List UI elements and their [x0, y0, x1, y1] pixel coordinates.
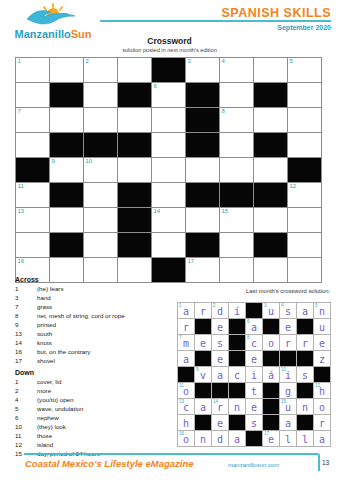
cell-r1c9: 5n [314, 303, 331, 319]
solution-letter: n [234, 402, 240, 413]
clue-text: (they) look [37, 423, 66, 430]
crossword-grid: 1234567891011121314151617 [15, 57, 322, 283]
across-heading: Across [15, 276, 39, 283]
black-cell-r8c4 [229, 415, 246, 431]
cell-number-label: 10 [281, 367, 286, 372]
clue-text: those [37, 432, 52, 439]
last-month-solution-grid: 1ar2dí3u4sa5nre6aeu7mes8correaeez9vaciá1… [177, 302, 331, 447]
cell-r2c9: u [314, 319, 331, 335]
solution-letter: e [217, 418, 223, 429]
cell-r8c5: s [246, 415, 263, 431]
solution-letter: s [285, 306, 291, 317]
cell-r5c8[interactable] [254, 158, 288, 183]
cell-number-label: 11 [18, 183, 24, 190]
page-number: 13 [322, 459, 329, 466]
cell-r3c9[interactable] [288, 108, 322, 133]
solution-letter: v [200, 370, 206, 381]
black-cell-r9c5 [152, 258, 186, 283]
cell-r6c1[interactable]: 11 [16, 183, 50, 208]
clue-text: cover, lid [37, 378, 61, 385]
solution-letter: r [319, 418, 325, 429]
cell-r2c3[interactable] [84, 83, 118, 108]
clue-number: 14 [15, 339, 37, 346]
cell-r7c8[interactable] [254, 208, 288, 233]
solution-letter: m [183, 338, 189, 349]
cell-number-label: 1 [179, 303, 182, 308]
cell-r7c5: e [246, 399, 263, 415]
footer-website-link[interactable]: manzanillosun.com [228, 462, 279, 468]
cell-r7c2: a [195, 399, 212, 415]
cell-r3c6: o [263, 335, 280, 351]
cell-number-label: 9 [52, 158, 55, 165]
cell-r8c3: e [212, 415, 229, 431]
cell-number-label: 11 [179, 383, 184, 388]
solution-letter: r [183, 322, 189, 333]
cell-r9c6: 17e [263, 431, 280, 447]
black-cell-r4c8 [254, 133, 288, 158]
cell-r4c1: a [178, 351, 195, 367]
clue-number: 2 [15, 387, 37, 394]
solution-letter: s [251, 418, 257, 429]
solution-letter: n [200, 434, 206, 445]
solution-letter: u [319, 322, 325, 333]
black-cell-r6c2 [50, 183, 84, 208]
cell-r7c7[interactable]: 15 [220, 208, 254, 233]
clue-number: 11 [15, 432, 37, 439]
black-cell-r8c8 [297, 415, 314, 431]
solution-letter: r [302, 338, 308, 349]
cell-r6c7: g [280, 383, 297, 399]
cell-r8c7: a [280, 415, 297, 431]
solution-letter: e [217, 354, 223, 365]
black-cell-r2c8 [254, 83, 288, 108]
cell-r7c8: n [297, 399, 314, 415]
cell-r7c3: 14r [212, 399, 229, 415]
solution-letter: c [251, 338, 257, 349]
cell-r9c6[interactable]: 17 [186, 258, 220, 283]
black-cell-r2c4 [118, 83, 152, 108]
solution-letter: l [285, 434, 291, 445]
cell-r5c7: 10i [280, 367, 297, 383]
cell-r5c4[interactable] [118, 158, 152, 183]
cell-r9c4: a [229, 431, 246, 447]
clue-item: 12island [15, 441, 185, 450]
black-cell-r4c3 [84, 133, 118, 158]
solution-letter: g [285, 386, 291, 397]
cell-r8c1: h [178, 415, 195, 431]
solution-letter: n [319, 306, 325, 317]
sun-wave-icon [23, 3, 83, 25]
cell-number-label: 5 [290, 58, 293, 65]
solution-letter: í [234, 306, 240, 317]
clue-number: 8 [15, 312, 37, 319]
cell-r1c2: r [195, 303, 212, 319]
cell-r1c7[interactable]: 4 [220, 58, 254, 83]
solution-letter: a [183, 306, 189, 317]
clue-number: 1 [15, 378, 37, 385]
black-cell-r7c6 [263, 399, 280, 415]
cell-r3c2: e [195, 335, 212, 351]
cell-r7c3[interactable] [84, 208, 118, 233]
solution-letter: á [268, 370, 274, 381]
clue-item: 6nephew [15, 414, 185, 423]
cell-r9c1: 16o [178, 431, 195, 447]
cell-number-label: 15 [222, 208, 229, 215]
solution-letter: d [217, 306, 223, 317]
cell-r1c3: 2d [212, 303, 229, 319]
solution-caption: Last month's crossword solution: [246, 288, 330, 294]
cell-number-label: 14 [154, 208, 161, 215]
solution-letter: o [268, 338, 274, 349]
black-cell-r6c4 [229, 383, 246, 399]
black-cell-r6c3 [212, 383, 229, 399]
cell-r4c9[interactable] [288, 133, 322, 158]
cell-r9c2[interactable] [50, 258, 84, 283]
clue-item: 11those [15, 432, 185, 441]
solution-letter: e [217, 322, 223, 333]
cell-r2c7[interactable] [220, 83, 254, 108]
header-divider [100, 20, 331, 22]
cell-r2c5: 6a [246, 319, 263, 335]
solution-letter: a [319, 434, 325, 445]
cell-r2c1: r [178, 319, 195, 335]
black-cell-r6c8 [297, 383, 314, 399]
cell-r3c5[interactable] [152, 108, 186, 133]
clue-text: hand [37, 294, 51, 301]
solution-letter: s [302, 370, 308, 381]
cell-r8c9: r [314, 415, 331, 431]
cell-r1c4: í [229, 303, 246, 319]
cell-r8c7[interactable] [220, 233, 254, 258]
cell-r3c8[interactable] [254, 108, 288, 133]
solution-letter: a [183, 354, 189, 365]
cell-r1c6: 3u [263, 303, 280, 319]
cell-number-label: 3 [264, 303, 267, 308]
clue-item: 5wave, undulation [15, 405, 185, 414]
cell-r4c5: e [246, 351, 263, 367]
cell-r3c7[interactable]: 8 [220, 108, 254, 133]
black-cell-r4c4 [229, 351, 246, 367]
cell-r9c8[interactable] [254, 258, 288, 283]
clue-text: but, on the contrary [37, 348, 90, 355]
clue-number: 16 [15, 348, 37, 355]
black-cell-r8c6 [263, 415, 280, 431]
solution-letter: a [217, 370, 223, 381]
cell-number-label: 17 [264, 431, 269, 436]
clue-number: 13 [15, 330, 37, 337]
footer-tagline: Coastal Mexico's Lifestyle eMagazine [25, 458, 194, 469]
solution-letter: z [319, 354, 325, 365]
cell-number-label: 7 [18, 108, 21, 115]
cell-r8c9[interactable] [288, 233, 322, 258]
cell-number-label: 7 [179, 335, 182, 340]
clue-text: island [37, 441, 53, 448]
cell-r2c1[interactable] [16, 83, 50, 108]
cell-number-label: 5 [315, 303, 318, 308]
cell-r1c8: a [297, 303, 314, 319]
solution-letter: a [251, 322, 257, 333]
solution-letter: u [268, 306, 274, 317]
black-cell-r5c9 [314, 367, 331, 383]
page-subtitle: solution posted in next month's edition [0, 47, 339, 53]
black-cell-r2c8 [297, 319, 314, 335]
cell-r9c4[interactable] [118, 258, 152, 283]
clue-number: 5 [15, 405, 37, 412]
cell-number-label: 16 [18, 258, 25, 265]
cell-r6c5[interactable] [152, 183, 186, 208]
clue-number: 10 [15, 423, 37, 430]
cell-number-label: 13 [179, 399, 184, 404]
cell-number-label: 16 [179, 431, 184, 436]
clue-item: 9printed [15, 321, 185, 330]
cell-r7c1[interactable]: 13 [16, 208, 50, 233]
cell-r3c4[interactable] [118, 108, 152, 133]
clue-text: knots [37, 339, 52, 346]
cell-r1c4[interactable] [118, 58, 152, 83]
cell-r1c2[interactable] [50, 58, 84, 83]
solution-letter: n [302, 402, 308, 413]
cell-r1c1[interactable]: 1 [16, 58, 50, 83]
cell-r3c3: s [212, 335, 229, 351]
clue-text: south [37, 330, 52, 337]
clue-item: 8net, mesh of string, cord or rope [15, 312, 185, 321]
clue-item: 17shovel [15, 357, 185, 366]
clue-item: 2more [15, 387, 185, 396]
cell-r5c6: á [263, 367, 280, 383]
cell-r9c3[interactable] [84, 258, 118, 283]
solution-letter: t [251, 386, 257, 397]
black-cell-r9c5 [246, 431, 263, 447]
black-cell-r8c8 [254, 233, 288, 258]
solution-letter: e [319, 338, 325, 349]
clue-number: 1 [15, 285, 37, 292]
black-cell-r5c1 [178, 367, 195, 383]
solution-letter: a [302, 306, 308, 317]
clue-item: 16but, on the contrary [15, 348, 185, 357]
cell-r3c1[interactable]: 7 [16, 108, 50, 133]
black-cell-r4c8 [297, 351, 314, 367]
cell-r4c1[interactable] [16, 133, 50, 158]
solution-letter: i [251, 370, 257, 381]
solution-letter: r [285, 338, 291, 349]
clue-number: 6 [15, 414, 37, 421]
black-cell-r1c5 [152, 58, 186, 83]
solution-letter: e [251, 402, 257, 413]
black-cell-r8c6 [186, 233, 220, 258]
cell-r5c3: a [212, 367, 229, 383]
cell-r1c8[interactable] [254, 58, 288, 83]
clue-number: 7 [15, 303, 37, 310]
cell-r1c6[interactable]: 3 [186, 58, 220, 83]
cell-r5c5[interactable] [152, 158, 186, 183]
solution-letter: e [251, 354, 257, 365]
cell-r9c8: l [297, 431, 314, 447]
cell-number-label: 2 [213, 303, 216, 308]
solution-letter: o [319, 402, 325, 413]
cell-number-label: 4 [281, 303, 284, 308]
cell-number-label: 12 [315, 383, 320, 388]
clue-text: grass [37, 303, 52, 310]
cell-number-label: 6 [247, 319, 250, 324]
black-cell-r6c6 [186, 183, 220, 208]
solution-letter: s [217, 338, 223, 349]
cell-r4c9: z [314, 351, 331, 367]
cell-r5c2: 9v [195, 367, 212, 383]
cell-r1c9[interactable]: 5 [288, 58, 322, 83]
cell-r6c1: 11o [178, 383, 195, 399]
solution-letter: e [285, 322, 291, 333]
cell-r6c9: 12h [314, 383, 331, 399]
clue-item: 7grass [15, 303, 185, 312]
black-cell-r8c4 [118, 233, 152, 258]
cell-number-label: 10 [86, 158, 93, 165]
cell-r9c7[interactable] [220, 258, 254, 283]
cell-r6c5: t [246, 383, 263, 399]
cell-number-label: 12 [290, 183, 297, 190]
black-cell-r4c4 [118, 133, 152, 158]
clue-item: 4(you/tú) open [15, 396, 185, 405]
clue-item: 1cover, lid [15, 378, 185, 387]
cell-number-label: 13 [18, 208, 25, 215]
brand-logo: ManzanilloSun [10, 3, 96, 39]
black-cell-r4c2 [50, 133, 84, 158]
clue-text: net, mesh of string, cord or rope [37, 312, 125, 319]
black-cell-r5c9 [288, 158, 322, 183]
cell-number-label: 8 [222, 108, 225, 115]
cell-r5c3[interactable]: 10 [84, 158, 118, 183]
clue-item: 10(they) look [15, 423, 185, 432]
black-cell-r1c5 [246, 303, 263, 319]
solution-letter: l [302, 434, 308, 445]
cell-number-label: 1 [18, 58, 21, 65]
cell-r6c3[interactable] [84, 183, 118, 208]
cell-r4c7[interactable] [220, 133, 254, 158]
cell-r8c5[interactable] [152, 233, 186, 258]
cell-number-label: 9 [196, 367, 199, 372]
black-cell-r2c2 [195, 319, 212, 335]
solution-letter: a [285, 418, 291, 429]
cell-r5c8: s [297, 367, 314, 383]
clue-number: 3 [15, 294, 37, 301]
clue-item: 13south [15, 330, 185, 339]
cell-r7c9: o [314, 399, 331, 415]
clue-number: 12 [15, 441, 37, 448]
cell-r9c2: n [195, 431, 212, 447]
black-cell-r6c4 [118, 183, 152, 208]
cell-r6c9[interactable]: 12 [288, 183, 322, 208]
clue-text: nephew [37, 414, 59, 421]
black-cell-r4c2 [195, 351, 212, 367]
magazine-page: ManzanilloSun SPANISH SKILLS September 2… [0, 0, 339, 480]
black-cell-r5c1 [16, 158, 50, 183]
black-cell-r6c7 [220, 183, 254, 208]
cell-r3c1: 7m [178, 335, 195, 351]
solution-letter: r [200, 306, 206, 317]
black-cell-r6c2 [195, 383, 212, 399]
black-cell-r2c4 [229, 319, 246, 335]
cell-r4c5[interactable] [152, 133, 186, 158]
cell-r8c3[interactable] [84, 233, 118, 258]
down-clue-list: 1cover, lid2more4(you/tú) open5wave, und… [15, 378, 185, 459]
cell-r7c7: 15u [280, 399, 297, 415]
black-cell-r4c7 [280, 351, 297, 367]
black-cell-r2c6 [263, 319, 280, 335]
issue-date: September 2020 [277, 24, 331, 31]
cell-r1c3[interactable]: 2 [84, 58, 118, 83]
cell-r7c9[interactable] [288, 208, 322, 233]
cell-number-label: 6 [154, 83, 157, 90]
cell-r2c3: e [212, 319, 229, 335]
cell-r5c7[interactable] [220, 158, 254, 183]
cell-r4c3: e [212, 351, 229, 367]
clue-text: (he) fears [37, 285, 63, 292]
clue-item: 14knots [15, 339, 185, 348]
cell-r7c6[interactable] [186, 208, 220, 233]
solution-letter: e [200, 338, 206, 349]
cell-r7c1: 13c [178, 399, 195, 415]
cell-number-label: 2 [86, 58, 89, 65]
cell-r9c9: a [314, 431, 331, 447]
cell-r5c4: c [229, 367, 246, 383]
cell-r3c8: r [297, 335, 314, 351]
section-title: SPANISH SKILLS [221, 6, 331, 20]
cell-r7c4: n [229, 399, 246, 415]
cell-number-label: 15 [281, 399, 286, 404]
clue-number: 9 [15, 321, 37, 328]
cell-number-label: 14 [213, 399, 218, 404]
solution-letter: a [234, 434, 240, 445]
clue-text: more [37, 387, 51, 394]
cell-r7c2[interactable] [50, 208, 84, 233]
cell-r2c5[interactable]: 6 [152, 83, 186, 108]
cell-r1c1: 1a [178, 303, 195, 319]
black-cell-r6c6 [263, 383, 280, 399]
clue-text: printed [37, 321, 56, 328]
cell-r2c9[interactable] [288, 83, 322, 108]
cell-r8c1[interactable] [16, 233, 50, 258]
clue-text: wave, undulation [37, 405, 83, 412]
cell-r9c9[interactable] [288, 258, 322, 283]
cell-number-label: 4 [222, 58, 225, 65]
cell-r5c6[interactable] [186, 158, 220, 183]
black-cell-r4c6 [263, 351, 280, 367]
cell-r2c7: e [280, 319, 297, 335]
solution-letter: d [217, 434, 223, 445]
cell-r5c2[interactable]: 9 [50, 158, 84, 183]
black-cell-r4c6 [186, 133, 220, 158]
cell-number-label: 17 [188, 258, 195, 265]
cell-r1c7: 4s [280, 303, 297, 319]
black-cell-r7c4 [118, 208, 152, 233]
page-title: Crossword [0, 36, 339, 46]
cell-r3c2[interactable] [50, 108, 84, 133]
solution-letter: a [200, 402, 206, 413]
cell-r9c7: l [280, 431, 297, 447]
down-heading: Down [15, 369, 34, 376]
black-cell-r8c2 [195, 415, 212, 431]
black-cell-r8c2 [50, 233, 84, 258]
black-cell-r3c6 [186, 108, 220, 133]
cell-r3c7: r [280, 335, 297, 351]
cell-r3c3[interactable] [84, 108, 118, 133]
cell-r9c3: d [212, 431, 229, 447]
cell-r5c5: i [246, 367, 263, 383]
across-clue-list: 1(he) fears3hand7grass8net, mesh of stri… [15, 285, 185, 366]
cell-r3c5: 8c [246, 335, 263, 351]
cell-r7c5[interactable]: 14 [152, 208, 186, 233]
cell-r3c9: e [314, 335, 331, 351]
solution-letter: c [234, 370, 240, 381]
